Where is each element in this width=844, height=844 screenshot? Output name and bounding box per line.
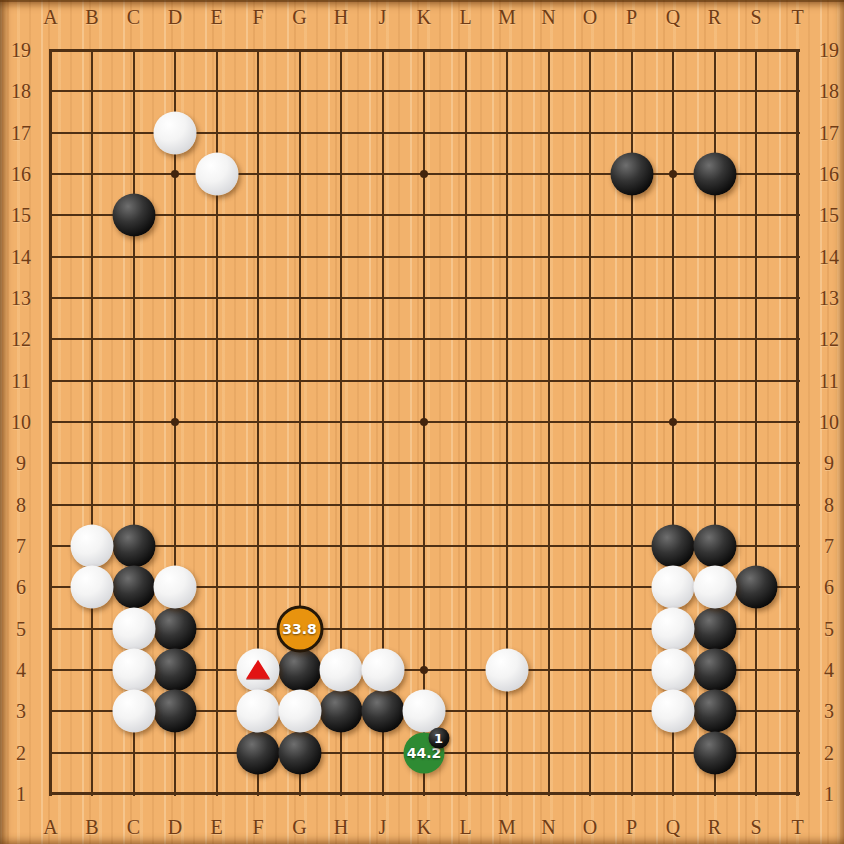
column-label: F	[252, 817, 263, 837]
white-stone-B7[interactable]	[71, 524, 114, 567]
column-label: O	[583, 7, 597, 27]
row-label: 13	[11, 288, 31, 308]
row-label: 10	[11, 412, 31, 432]
row-label: 15	[11, 205, 31, 225]
star-point	[669, 418, 677, 426]
column-label: K	[417, 817, 431, 837]
row-label: 7	[16, 536, 26, 556]
white-stone-G3[interactable]	[278, 690, 321, 733]
row-label: 2	[16, 743, 26, 763]
row-label: 8	[16, 495, 26, 515]
row-label: 14	[819, 247, 839, 267]
column-label: S	[750, 7, 761, 27]
black-stone-R3[interactable]	[693, 690, 736, 733]
column-label: C	[127, 817, 140, 837]
row-label: 10	[819, 412, 839, 432]
row-label: 19	[819, 40, 839, 60]
row-label: 13	[819, 288, 839, 308]
grid-line-horizontal	[50, 792, 800, 795]
column-label: Q	[666, 7, 680, 27]
column-label: G	[292, 817, 306, 837]
column-label: B	[85, 817, 98, 837]
row-label: 7	[824, 536, 834, 556]
column-label: D	[168, 817, 182, 837]
white-stone-B6[interactable]	[71, 566, 114, 609]
column-label: L	[459, 7, 471, 27]
white-stone-J4[interactable]	[361, 648, 404, 691]
go-board[interactable]: AABBCCDDEEFFGGHHJJKKLLMMNNOOPPQQRRSSTT19…	[0, 0, 844, 844]
white-stone-H4[interactable]	[320, 648, 363, 691]
column-label: E	[210, 817, 222, 837]
row-label: 16	[11, 164, 31, 184]
black-stone-S6[interactable]	[735, 566, 778, 609]
black-stone-R2[interactable]	[693, 731, 736, 774]
grid-line-horizontal	[50, 462, 800, 464]
suggestion-rank-badge: 1	[428, 728, 449, 749]
grid-line-vertical	[796, 49, 799, 796]
column-label: C	[127, 7, 140, 27]
white-stone-K3[interactable]	[403, 690, 446, 733]
black-stone-C6[interactable]	[112, 566, 155, 609]
suggestion-move-G5[interactable]: 33.8	[276, 605, 323, 652]
black-stone-J3[interactable]	[361, 690, 404, 733]
row-label: 17	[819, 123, 839, 143]
column-label: G	[292, 7, 306, 27]
grid-line-vertical	[548, 49, 550, 796]
row-label: 2	[824, 743, 834, 763]
column-label: K	[417, 7, 431, 27]
grid-line-vertical	[589, 49, 591, 796]
star-point	[420, 170, 428, 178]
star-point	[171, 170, 179, 178]
column-label: J	[379, 817, 387, 837]
star-point	[420, 418, 428, 426]
column-label: E	[210, 7, 222, 27]
row-label: 9	[16, 453, 26, 473]
column-label: P	[626, 7, 637, 27]
white-stone-Q4[interactable]	[652, 648, 695, 691]
column-label: L	[459, 817, 471, 837]
row-label: 3	[824, 701, 834, 721]
row-label: 5	[16, 619, 26, 639]
white-stone-Q3[interactable]	[652, 690, 695, 733]
row-label: 9	[824, 453, 834, 473]
row-label: 5	[824, 619, 834, 639]
white-stone-R6[interactable]	[693, 566, 736, 609]
column-label: F	[252, 7, 263, 27]
column-label: H	[334, 7, 348, 27]
black-stone-F2[interactable]	[237, 731, 280, 774]
column-label: O	[583, 817, 597, 837]
star-point	[669, 170, 677, 178]
column-label: T	[791, 7, 803, 27]
black-stone-R5[interactable]	[693, 607, 736, 650]
white-stone-F3[interactable]	[237, 690, 280, 733]
black-stone-R7[interactable]	[693, 524, 736, 567]
column-label: M	[498, 7, 516, 27]
triangle-marker	[246, 660, 270, 679]
row-label: 18	[819, 81, 839, 101]
white-stone-C5[interactable]	[112, 607, 155, 650]
black-stone-D5[interactable]	[154, 607, 197, 650]
black-stone-C7[interactable]	[112, 524, 155, 567]
grid-line-horizontal	[50, 504, 800, 506]
row-label: 6	[824, 577, 834, 597]
column-label: R	[708, 817, 721, 837]
column-label: M	[498, 817, 516, 837]
black-stone-P16[interactable]	[610, 152, 653, 195]
row-label: 6	[16, 577, 26, 597]
column-label: P	[626, 817, 637, 837]
column-label: J	[379, 7, 387, 27]
row-label: 12	[819, 329, 839, 349]
white-stone-D6[interactable]	[154, 566, 197, 609]
row-label: 18	[11, 81, 31, 101]
black-stone-C15[interactable]	[112, 194, 155, 237]
row-label: 14	[11, 247, 31, 267]
white-stone-E16[interactable]	[195, 152, 238, 195]
white-stone-D17[interactable]	[154, 111, 197, 154]
row-label: 8	[824, 495, 834, 515]
column-label: A	[43, 817, 57, 837]
column-label: B	[85, 7, 98, 27]
row-label: 11	[819, 371, 838, 391]
star-point	[420, 666, 428, 674]
grid-line-vertical	[465, 49, 467, 796]
black-stone-G2[interactable]	[278, 731, 321, 774]
white-stone-Q5[interactable]	[652, 607, 695, 650]
column-label: R	[708, 7, 721, 27]
column-label: N	[541, 817, 555, 837]
row-label: 12	[11, 329, 31, 349]
black-stone-Q7[interactable]	[652, 524, 695, 567]
column-label: T	[791, 817, 803, 837]
black-stone-D4[interactable]	[154, 648, 197, 691]
black-stone-R4[interactable]	[693, 648, 736, 691]
column-label: S	[750, 817, 761, 837]
column-label: Q	[666, 817, 680, 837]
row-label: 4	[824, 660, 834, 680]
black-stone-R16[interactable]	[693, 152, 736, 195]
column-label: D	[168, 7, 182, 27]
column-label: N	[541, 7, 555, 27]
column-label: A	[43, 7, 57, 27]
row-label: 19	[11, 40, 31, 60]
row-label: 1	[16, 784, 26, 804]
white-stone-C3[interactable]	[112, 690, 155, 733]
row-label: 4	[16, 660, 26, 680]
white-stone-Q6[interactable]	[652, 566, 695, 609]
row-label: 3	[16, 701, 26, 721]
black-stone-D3[interactable]	[154, 690, 197, 733]
black-stone-G4[interactable]	[278, 648, 321, 691]
star-point	[171, 418, 179, 426]
grid-line-vertical	[755, 49, 757, 796]
row-label: 15	[819, 205, 839, 225]
white-stone-C4[interactable]	[112, 648, 155, 691]
white-stone-M4[interactable]	[486, 648, 529, 691]
row-label: 17	[11, 123, 31, 143]
column-label: H	[334, 817, 348, 837]
row-label: 1	[824, 784, 834, 804]
black-stone-H3[interactable]	[320, 690, 363, 733]
row-label: 11	[11, 371, 30, 391]
row-label: 16	[819, 164, 839, 184]
